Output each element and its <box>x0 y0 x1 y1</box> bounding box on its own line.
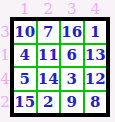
row-label-3: 4 <box>0 68 10 90</box>
cell-r3c3[interactable]: 3 <box>61 68 83 90</box>
col-label-3: 3 <box>61 0 83 17</box>
cell-r4c2[interactable]: 2 <box>38 92 60 114</box>
cell-r1c4[interactable]: 1 <box>85 21 107 43</box>
row-label-1: 3 <box>0 21 10 43</box>
cell-r1c1[interactable]: 10 <box>14 21 36 43</box>
cell-r3c4[interactable]: 12 <box>85 68 107 90</box>
cell-r4c4[interactable]: 8 <box>85 92 107 114</box>
cell-r3c1[interactable]: 5 <box>14 68 36 90</box>
row-labels: 3 1 4 2 <box>0 17 10 117</box>
board: 10 7 16 1 4 11 6 13 5 14 3 12 15 2 9 8 <box>10 17 110 117</box>
cell-r4c1[interactable]: 15 <box>14 92 36 114</box>
col-label-1: 1 <box>14 0 36 17</box>
col-label-4: 4 <box>85 0 107 17</box>
cell-r1c3[interactable]: 16 <box>61 21 83 43</box>
cell-r2c3[interactable]: 6 <box>61 45 83 67</box>
col-label-2: 2 <box>38 0 60 17</box>
cell-r3c2[interactable]: 14 <box>38 68 60 90</box>
column-labels: 1 2 3 4 <box>10 0 110 17</box>
cell-r2c1[interactable]: 4 <box>14 45 36 67</box>
row-label-4: 2 <box>0 92 10 114</box>
cell-r2c4[interactable]: 13 <box>85 45 107 67</box>
cell-r4c3[interactable]: 9 <box>61 92 83 114</box>
puzzle-page: 1 2 3 4 3 1 4 2 10 7 16 1 4 11 6 13 5 14… <box>0 0 115 122</box>
corner-spacer <box>0 0 10 17</box>
cell-r2c2[interactable]: 11 <box>38 45 60 67</box>
cell-r1c2[interactable]: 7 <box>38 21 60 43</box>
row-label-2: 1 <box>0 45 10 67</box>
